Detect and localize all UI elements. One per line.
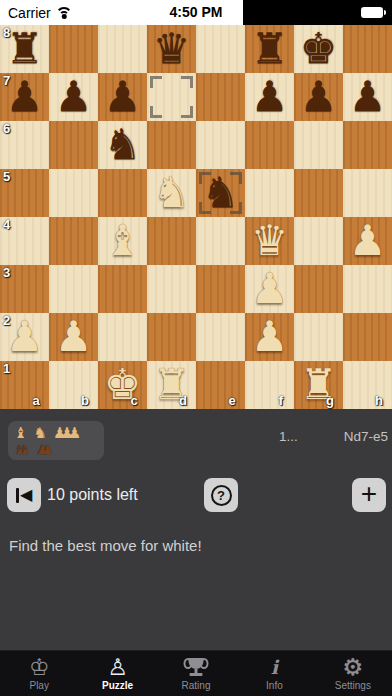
chess-board[interactable]: ♜♛♜♚♟♟♟♟♟♟♞♞♞♝♛♟♟♟♟♟♚♜♜87654321abcdefgh bbox=[0, 25, 392, 409]
trophy-icon bbox=[183, 655, 209, 679]
white-knight[interactable]: ♞ bbox=[147, 169, 196, 217]
captured-bishop-group: ♝♝ bbox=[14, 442, 30, 457]
square-h2[interactable] bbox=[343, 313, 392, 361]
tab-info-label: Info bbox=[266, 680, 283, 691]
square-a1[interactable] bbox=[0, 361, 49, 409]
lastmove-highlight bbox=[147, 73, 196, 121]
square-g3[interactable] bbox=[294, 265, 343, 313]
square-a7[interactable]: ♟ bbox=[0, 73, 49, 121]
square-b6[interactable] bbox=[49, 121, 98, 169]
square-d3[interactable] bbox=[147, 265, 196, 313]
square-b5[interactable] bbox=[49, 169, 98, 217]
white-pawn[interactable]: ♟ bbox=[0, 313, 49, 361]
captured-pawn-group: ♟♟ bbox=[36, 442, 52, 457]
white-pawn[interactable]: ♟ bbox=[49, 313, 98, 361]
square-g5[interactable] bbox=[294, 169, 343, 217]
pawn-icon: ♙ bbox=[107, 655, 128, 679]
carrier-label: Carrier bbox=[8, 5, 51, 21]
square-d1[interactable]: ♜ bbox=[147, 361, 196, 409]
square-c3[interactable] bbox=[98, 265, 147, 313]
square-c8[interactable] bbox=[98, 25, 147, 73]
square-h1[interactable] bbox=[343, 361, 392, 409]
black-king[interactable]: ♚ bbox=[294, 25, 343, 73]
square-h5[interactable] bbox=[343, 169, 392, 217]
tab-puzzle-label: Puzzle bbox=[102, 680, 133, 691]
black-pawn[interactable]: ♟ bbox=[294, 73, 343, 121]
square-f6[interactable] bbox=[245, 121, 294, 169]
square-a4[interactable] bbox=[0, 217, 49, 265]
black-pawn[interactable]: ♟ bbox=[98, 73, 147, 121]
tab-rating-label: Rating bbox=[182, 680, 211, 691]
square-b8[interactable] bbox=[49, 25, 98, 73]
square-a2[interactable]: ♟ bbox=[0, 313, 49, 361]
puzzle-prompt: Find the best move for white! bbox=[9, 537, 202, 554]
square-b2[interactable]: ♟ bbox=[49, 313, 98, 361]
square-c1[interactable]: ♚ bbox=[98, 361, 147, 409]
white-queen[interactable]: ♛ bbox=[245, 217, 294, 265]
white-rook[interactable]: ♜ bbox=[294, 361, 343, 409]
square-f8[interactable]: ♜ bbox=[245, 25, 294, 73]
square-b1[interactable] bbox=[49, 361, 98, 409]
square-e8[interactable] bbox=[196, 25, 245, 73]
last-move: Nd7-e5 bbox=[344, 429, 388, 444]
square-g4[interactable] bbox=[294, 217, 343, 265]
square-d7[interactable] bbox=[147, 73, 196, 121]
tab-play-label: Play bbox=[29, 680, 48, 691]
square-c7[interactable]: ♟ bbox=[98, 73, 147, 121]
captured-pawn-group: ♟♟♟ bbox=[53, 424, 81, 442]
square-f5[interactable] bbox=[245, 169, 294, 217]
black-pawn[interactable]: ♟ bbox=[0, 73, 49, 121]
square-e5[interactable]: ♞ bbox=[196, 169, 245, 217]
status-bar: Carrier 4:50 PM bbox=[0, 0, 392, 25]
square-g8[interactable]: ♚ bbox=[294, 25, 343, 73]
square-d8[interactable]: ♛ bbox=[147, 25, 196, 73]
square-b3[interactable] bbox=[49, 265, 98, 313]
tab-rating[interactable]: Rating bbox=[157, 651, 235, 696]
square-f4[interactable]: ♛ bbox=[245, 217, 294, 265]
move-list: 1... Nd7-e5 bbox=[279, 429, 388, 444]
skip-to-start-icon: ◀ bbox=[16, 487, 33, 503]
square-d2[interactable] bbox=[147, 313, 196, 361]
square-h4[interactable]: ♟ bbox=[343, 217, 392, 265]
square-f2[interactable]: ♟ bbox=[245, 313, 294, 361]
square-a3[interactable] bbox=[0, 265, 49, 313]
square-c5[interactable] bbox=[98, 169, 147, 217]
square-d5[interactable]: ♞ bbox=[147, 169, 196, 217]
square-g2[interactable] bbox=[294, 313, 343, 361]
white-pawn[interactable]: ♟ bbox=[245, 265, 294, 313]
points-left-label: 10 points left bbox=[47, 486, 138, 504]
question-mark-icon: ? bbox=[211, 485, 232, 506]
square-h6[interactable] bbox=[343, 121, 392, 169]
square-h7[interactable]: ♟ bbox=[343, 73, 392, 121]
back-to-start-button[interactable]: ◀ bbox=[7, 478, 41, 512]
white-pawn[interactable]: ♟ bbox=[245, 313, 294, 361]
black-pawn[interactable]: ♟ bbox=[49, 73, 98, 121]
square-e7[interactable] bbox=[196, 73, 245, 121]
black-rook[interactable]: ♜ bbox=[245, 25, 294, 73]
clock-label: 4:50 PM bbox=[170, 0, 223, 25]
square-c6[interactable]: ♞ bbox=[98, 121, 147, 169]
black-queen[interactable]: ♛ bbox=[147, 25, 196, 73]
square-d6[interactable] bbox=[147, 121, 196, 169]
tab-play[interactable]: ♔ Play bbox=[0, 651, 78, 696]
square-c4[interactable]: ♝ bbox=[98, 217, 147, 265]
tab-bar: ♔ Play ♙ Puzzle Rating i Info ⚙ Settings bbox=[0, 650, 392, 696]
chess-app-screen: Carrier 4:50 PM ♜♛♜♚♟♟♟♟♟♟♞♞♞♝♛♟♟♟♟♟♚♜♜8… bbox=[0, 0, 392, 696]
square-e3[interactable] bbox=[196, 265, 245, 313]
square-e1[interactable] bbox=[196, 361, 245, 409]
move-number: 1... bbox=[279, 429, 298, 444]
white-king[interactable]: ♚ bbox=[98, 361, 147, 409]
black-rook[interactable]: ♜ bbox=[0, 25, 49, 73]
add-button[interactable]: + bbox=[352, 478, 386, 512]
captured-pieces-tray: ♝♞♟♟♟ ♝♝♟♟ bbox=[8, 421, 104, 460]
square-g6[interactable] bbox=[294, 121, 343, 169]
square-h8[interactable] bbox=[343, 25, 392, 73]
captured-bishop-group: ♝ bbox=[14, 424, 27, 442]
captured-white-pieces-row: ♝♞♟♟♟ bbox=[14, 424, 98, 442]
square-e4[interactable] bbox=[196, 217, 245, 265]
captured-black-pieces-row: ♝♝♟♟ bbox=[14, 442, 98, 457]
tab-settings[interactable]: ⚙ Settings bbox=[314, 651, 392, 696]
white-pawn[interactable]: ♟ bbox=[343, 217, 392, 265]
square-f3[interactable]: ♟ bbox=[245, 265, 294, 313]
square-e6[interactable] bbox=[196, 121, 245, 169]
white-bishop[interactable]: ♝ bbox=[98, 217, 147, 265]
tab-info[interactable]: i Info bbox=[235, 651, 313, 696]
tab-puzzle[interactable]: ♙ Puzzle bbox=[78, 651, 156, 696]
square-c2[interactable] bbox=[98, 313, 147, 361]
square-h3[interactable] bbox=[343, 265, 392, 313]
battery-icon bbox=[361, 7, 383, 18]
hint-button[interactable]: ? bbox=[204, 478, 238, 512]
square-a5[interactable] bbox=[0, 169, 49, 217]
black-pawn[interactable]: ♟ bbox=[343, 73, 392, 121]
square-a8[interactable]: ♜ bbox=[0, 25, 49, 73]
square-f1[interactable] bbox=[245, 361, 294, 409]
square-b7[interactable]: ♟ bbox=[49, 73, 98, 121]
square-g1[interactable]: ♜ bbox=[294, 361, 343, 409]
square-b4[interactable] bbox=[49, 217, 98, 265]
plus-icon: + bbox=[361, 480, 377, 508]
king-crown-icon: ♔ bbox=[29, 655, 50, 679]
square-d4[interactable] bbox=[147, 217, 196, 265]
captured-knight-group: ♞ bbox=[33, 424, 46, 442]
square-f7[interactable]: ♟ bbox=[245, 73, 294, 121]
wifi-icon bbox=[56, 7, 73, 19]
info-icon: i bbox=[271, 655, 278, 679]
black-knight[interactable]: ♞ bbox=[98, 121, 147, 169]
gear-icon: ⚙ bbox=[343, 655, 364, 679]
square-a6[interactable] bbox=[0, 121, 49, 169]
square-e2[interactable] bbox=[196, 313, 245, 361]
black-knight[interactable]: ♞ bbox=[196, 169, 245, 217]
square-g7[interactable]: ♟ bbox=[294, 73, 343, 121]
puzzle-panel: ♝♞♟♟♟ ♝♝♟♟ 1... Nd7-e5 ◀ 10 points left … bbox=[0, 409, 392, 650]
black-pawn[interactable]: ♟ bbox=[245, 73, 294, 121]
white-rook[interactable]: ♜ bbox=[147, 361, 196, 409]
tab-settings-label: Settings bbox=[335, 680, 371, 691]
